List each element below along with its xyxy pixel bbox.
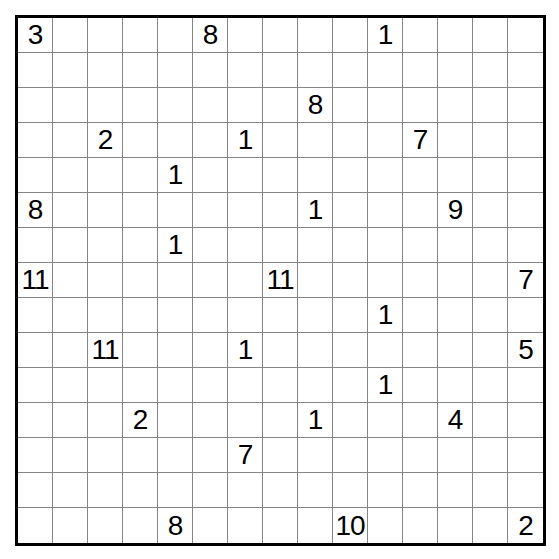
clue-number: 8	[168, 512, 183, 540]
clue-number: 1	[308, 406, 323, 434]
grid-cell[interactable]	[368, 53, 403, 88]
grid-cell[interactable]	[228, 18, 263, 53]
grid-cell[interactable]	[508, 18, 543, 53]
grid-cell[interactable]	[193, 333, 228, 368]
grid-cell[interactable]	[473, 298, 508, 333]
grid-cell[interactable]	[228, 508, 263, 543]
grid-cell[interactable]	[403, 333, 438, 368]
grid-cell[interactable]	[438, 368, 473, 403]
grid-cell[interactable]: 2	[508, 508, 543, 543]
grid-cell[interactable]	[228, 403, 263, 438]
grid-cell[interactable]	[18, 438, 53, 473]
grid-cell[interactable]	[508, 368, 543, 403]
grid-cell[interactable]: 1	[368, 368, 403, 403]
grid-cell[interactable]	[228, 473, 263, 508]
grid-cell[interactable]	[438, 438, 473, 473]
puzzle-page: 3818217181911111711115121478102	[0, 0, 559, 559]
grid-cell[interactable]	[473, 123, 508, 158]
grid-cell[interactable]	[18, 333, 53, 368]
grid-cell[interactable]	[508, 403, 543, 438]
grid-cell[interactable]	[53, 298, 88, 333]
grid-cell[interactable]	[228, 368, 263, 403]
clue-number: 1	[308, 196, 323, 224]
grid-cell[interactable]	[53, 263, 88, 298]
grid-cell[interactable]	[263, 473, 298, 508]
grid-cell[interactable]	[18, 228, 53, 263]
clue-number: 9	[448, 196, 463, 224]
grid-cell[interactable]	[473, 158, 508, 193]
grid-cell[interactable]	[263, 193, 298, 228]
grid-cell[interactable]	[263, 158, 298, 193]
clue-number: 7	[518, 266, 533, 294]
grid-cell[interactable]	[403, 403, 438, 438]
grid-cell[interactable]	[473, 403, 508, 438]
grid-cell[interactable]	[123, 438, 158, 473]
grid-cell[interactable]: 8	[158, 508, 193, 543]
grid-cell[interactable]	[18, 403, 53, 438]
grid-cell[interactable]: 8	[193, 18, 228, 53]
grid-cell[interactable]	[508, 123, 543, 158]
grid-cell[interactable]	[298, 508, 333, 543]
grid-cell[interactable]	[53, 473, 88, 508]
grid-cell[interactable]	[368, 123, 403, 158]
grid-cell[interactable]	[18, 123, 53, 158]
grid-cell[interactable]	[333, 368, 368, 403]
grid-cell[interactable]	[403, 53, 438, 88]
grid-cell[interactable]	[508, 53, 543, 88]
grid-cell[interactable]	[123, 123, 158, 158]
grid-cell[interactable]	[333, 53, 368, 88]
grid-cell[interactable]	[368, 158, 403, 193]
grid-cell[interactable]	[193, 53, 228, 88]
grid-cell[interactable]	[228, 263, 263, 298]
grid-cell[interactable]	[193, 158, 228, 193]
grid-cell[interactable]	[88, 403, 123, 438]
grid-cell[interactable]	[403, 18, 438, 53]
clue-number: 11	[21, 266, 48, 294]
grid-cell[interactable]	[228, 88, 263, 123]
grid-cell[interactable]	[333, 333, 368, 368]
grid-cell[interactable]	[298, 368, 333, 403]
grid-cell[interactable]	[263, 18, 298, 53]
grid-cell[interactable]	[473, 263, 508, 298]
clue-number: 5	[518, 336, 533, 364]
grid-cell[interactable]	[298, 158, 333, 193]
grid-cell[interactable]	[298, 263, 333, 298]
grid-cell[interactable]	[123, 53, 158, 88]
grid-cell[interactable]	[193, 263, 228, 298]
grid-cell[interactable]	[403, 158, 438, 193]
grid-cell[interactable]: 1	[228, 333, 263, 368]
grid-cell[interactable]: 7	[228, 438, 263, 473]
grid-cell[interactable]	[438, 123, 473, 158]
grid-cell[interactable]	[298, 438, 333, 473]
grid-cell[interactable]	[158, 473, 193, 508]
grid-cell[interactable]	[403, 368, 438, 403]
grid-cell[interactable]	[158, 403, 193, 438]
grid-cell[interactable]: 2	[88, 123, 123, 158]
grid-cell[interactable]	[158, 263, 193, 298]
grid-cell[interactable]	[438, 508, 473, 543]
grid-cell[interactable]	[298, 333, 333, 368]
grid-cell[interactable]: 1	[298, 193, 333, 228]
grid-cell[interactable]	[333, 88, 368, 123]
clue-number: 2	[518, 512, 533, 540]
grid-cell[interactable]	[368, 88, 403, 123]
grid-cell[interactable]	[53, 193, 88, 228]
grid-cell[interactable]	[123, 18, 158, 53]
grid-cell[interactable]	[53, 53, 88, 88]
grid-cell[interactable]	[438, 158, 473, 193]
grid-cell[interactable]	[473, 438, 508, 473]
grid-cell[interactable]	[53, 403, 88, 438]
grid-cell[interactable]	[333, 18, 368, 53]
grid-cell[interactable]	[18, 158, 53, 193]
grid-cell[interactable]	[263, 333, 298, 368]
grid-cell[interactable]	[88, 193, 123, 228]
grid-cell[interactable]	[263, 508, 298, 543]
grid-cell[interactable]	[473, 18, 508, 53]
grid-cell[interactable]	[193, 438, 228, 473]
grid-cell[interactable]	[53, 158, 88, 193]
grid-cell[interactable]	[193, 88, 228, 123]
grid-cell[interactable]	[88, 18, 123, 53]
grid-cell[interactable]	[333, 193, 368, 228]
grid-cell[interactable]	[18, 508, 53, 543]
grid-cell[interactable]	[508, 298, 543, 333]
grid-cell[interactable]	[193, 368, 228, 403]
grid-cell[interactable]	[263, 403, 298, 438]
grid-cell[interactable]	[333, 403, 368, 438]
grid-cell[interactable]	[53, 368, 88, 403]
grid-cell[interactable]	[88, 53, 123, 88]
clue-number: 1	[168, 161, 183, 189]
grid-cell[interactable]	[263, 88, 298, 123]
grid-cell[interactable]	[18, 88, 53, 123]
grid-cell[interactable]	[18, 53, 53, 88]
grid-cell[interactable]	[123, 473, 158, 508]
grid-cell[interactable]: 9	[438, 193, 473, 228]
grid-cell[interactable]	[438, 18, 473, 53]
grid-cell[interactable]	[88, 508, 123, 543]
grid-cell[interactable]	[333, 298, 368, 333]
grid-cell[interactable]: 1	[368, 18, 403, 53]
grid-cell[interactable]	[263, 228, 298, 263]
grid-cell[interactable]	[53, 333, 88, 368]
grid-cell[interactable]	[438, 228, 473, 263]
grid-cell[interactable]	[333, 158, 368, 193]
grid-cell[interactable]: 8	[298, 88, 333, 123]
grid-cell[interactable]	[368, 263, 403, 298]
grid-cell[interactable]	[263, 123, 298, 158]
grid-cell[interactable]	[123, 263, 158, 298]
grid-cell[interactable]	[228, 193, 263, 228]
grid-cell[interactable]	[88, 298, 123, 333]
grid-cell[interactable]	[88, 88, 123, 123]
grid-cell[interactable]	[263, 298, 298, 333]
grid-cell[interactable]	[403, 88, 438, 123]
grid-cell[interactable]	[158, 53, 193, 88]
grid-cell[interactable]	[158, 88, 193, 123]
grid-cell[interactable]	[438, 88, 473, 123]
grid-cell[interactable]	[158, 123, 193, 158]
grid-cell[interactable]	[123, 298, 158, 333]
grid-cell[interactable]	[368, 333, 403, 368]
clue-number: 2	[98, 126, 113, 154]
grid-cell[interactable]	[88, 368, 123, 403]
grid-cell[interactable]	[438, 473, 473, 508]
grid-cell[interactable]	[368, 438, 403, 473]
grid-cell[interactable]	[368, 508, 403, 543]
grid-cell[interactable]	[403, 473, 438, 508]
grid-cell[interactable]: 11	[18, 263, 53, 298]
grid-cell[interactable]	[473, 53, 508, 88]
grid-cell[interactable]	[298, 53, 333, 88]
clue-number: 10	[335, 512, 364, 540]
grid-cell[interactable]	[123, 193, 158, 228]
grid-cell[interactable]	[298, 228, 333, 263]
grid-cell[interactable]	[123, 508, 158, 543]
grid-cell[interactable]	[473, 473, 508, 508]
grid-cell[interactable]	[88, 473, 123, 508]
grid-cell[interactable]	[53, 123, 88, 158]
grid-cell[interactable]	[508, 158, 543, 193]
grid-cell[interactable]	[333, 473, 368, 508]
grid-cell[interactable]	[438, 263, 473, 298]
grid-cell[interactable]: 1	[228, 123, 263, 158]
grid-cell[interactable]	[228, 228, 263, 263]
clue-number: 1	[378, 301, 393, 329]
grid-cell[interactable]	[18, 473, 53, 508]
grid-cell[interactable]: 2	[123, 403, 158, 438]
grid-cell[interactable]: 7	[508, 263, 543, 298]
clue-number: 3	[28, 21, 43, 49]
grid-cell[interactable]	[193, 473, 228, 508]
grid-cell[interactable]	[53, 88, 88, 123]
clue-number: 1	[238, 126, 253, 154]
grid-cell[interactable]	[438, 298, 473, 333]
grid-cell[interactable]	[88, 228, 123, 263]
grid-cell[interactable]: 1	[298, 403, 333, 438]
grid-cell[interactable]	[263, 53, 298, 88]
grid-cell[interactable]	[298, 473, 333, 508]
grid-cell[interactable]	[18, 298, 53, 333]
grid-cell[interactable]	[368, 193, 403, 228]
grid-cell[interactable]: 3	[18, 18, 53, 53]
grid-cell[interactable]: 7	[403, 123, 438, 158]
grid-cell[interactable]	[298, 123, 333, 158]
grid-cell[interactable]: 5	[508, 333, 543, 368]
grid-cell[interactable]	[88, 438, 123, 473]
grid-cell[interactable]	[473, 333, 508, 368]
grid-cell[interactable]	[193, 508, 228, 543]
grid-cell[interactable]	[333, 123, 368, 158]
grid-cell[interactable]	[508, 473, 543, 508]
grid-cell[interactable]	[403, 193, 438, 228]
grid-cell[interactable]	[53, 18, 88, 53]
clue-number: 7	[413, 126, 428, 154]
grid-cell[interactable]	[53, 228, 88, 263]
grid-cell[interactable]	[158, 193, 193, 228]
grid-cell[interactable]	[298, 18, 333, 53]
clue-number: 1	[168, 231, 183, 259]
grid-cell[interactable]	[53, 508, 88, 543]
clue-number: 1	[238, 336, 253, 364]
clue-number: 11	[266, 266, 293, 294]
grid-cell[interactable]	[123, 88, 158, 123]
clue-number: 8	[28, 196, 43, 224]
grid-cell[interactable]	[123, 333, 158, 368]
grid-cell[interactable]	[193, 193, 228, 228]
grid-cell[interactable]	[508, 438, 543, 473]
grid-cell[interactable]: 4	[438, 403, 473, 438]
grid-cell[interactable]	[403, 438, 438, 473]
clue-number: 8	[308, 91, 323, 119]
grid-cell[interactable]	[123, 228, 158, 263]
grid-cell[interactable]	[53, 438, 88, 473]
grid-cell[interactable]	[368, 403, 403, 438]
grid-cell[interactable]	[473, 368, 508, 403]
grid-cell[interactable]	[508, 88, 543, 123]
grid-cell[interactable]	[508, 228, 543, 263]
grid-cell[interactable]	[18, 368, 53, 403]
clue-number: 1	[378, 371, 393, 399]
grid-cell[interactable]	[473, 193, 508, 228]
grid-cell[interactable]	[193, 403, 228, 438]
grid-cell[interactable]	[263, 438, 298, 473]
grid-cell[interactable]	[473, 228, 508, 263]
grid-cell[interactable]: 8	[18, 193, 53, 228]
clue-number: 1	[378, 21, 393, 49]
grid-cell[interactable]	[263, 368, 298, 403]
grid-cell[interactable]	[333, 438, 368, 473]
clue-number: 11	[91, 336, 118, 364]
grid-cell[interactable]	[403, 228, 438, 263]
grid-cell[interactable]	[228, 158, 263, 193]
grid-cell[interactable]	[403, 263, 438, 298]
grid-cell[interactable]: 1	[368, 298, 403, 333]
grid-cell[interactable]: 10	[333, 508, 368, 543]
grid-cell[interactable]	[123, 158, 158, 193]
grid-cell[interactable]	[88, 263, 123, 298]
grid-cell[interactable]	[368, 228, 403, 263]
grid-cell[interactable]	[438, 333, 473, 368]
puzzle-board: 3818217181911111711115121478102	[15, 15, 546, 546]
grid-cell[interactable]	[158, 18, 193, 53]
grid-cell[interactable]	[88, 158, 123, 193]
grid-cell[interactable]	[333, 228, 368, 263]
clue-number: 2	[133, 406, 148, 434]
grid-cell[interactable]	[473, 508, 508, 543]
grid-cell[interactable]	[193, 228, 228, 263]
grid-cell[interactable]	[333, 263, 368, 298]
grid-cell[interactable]	[158, 298, 193, 333]
grid-cell[interactable]	[158, 333, 193, 368]
grid-cell[interactable]	[193, 298, 228, 333]
grid-cell[interactable]	[158, 438, 193, 473]
grid-cell[interactable]: 11	[88, 333, 123, 368]
grid-cell[interactable]	[368, 473, 403, 508]
grid-cell[interactable]	[298, 298, 333, 333]
grid-cell[interactable]	[123, 368, 158, 403]
clue-number: 8	[203, 21, 218, 49]
grid-cell[interactable]	[438, 53, 473, 88]
grid-cell[interactable]	[158, 368, 193, 403]
grid-cell[interactable]: 11	[263, 263, 298, 298]
grid-cell[interactable]	[508, 193, 543, 228]
grid-cell[interactable]	[193, 123, 228, 158]
grid-cell[interactable]	[403, 298, 438, 333]
grid-cell[interactable]	[228, 298, 263, 333]
grid-cell[interactable]: 1	[158, 158, 193, 193]
grid-cell[interactable]	[403, 508, 438, 543]
grid-cell[interactable]	[228, 53, 263, 88]
grid-cell[interactable]	[473, 88, 508, 123]
grid-cell[interactable]: 1	[158, 228, 193, 263]
clue-number: 7	[238, 441, 253, 469]
clue-number: 4	[448, 406, 463, 434]
